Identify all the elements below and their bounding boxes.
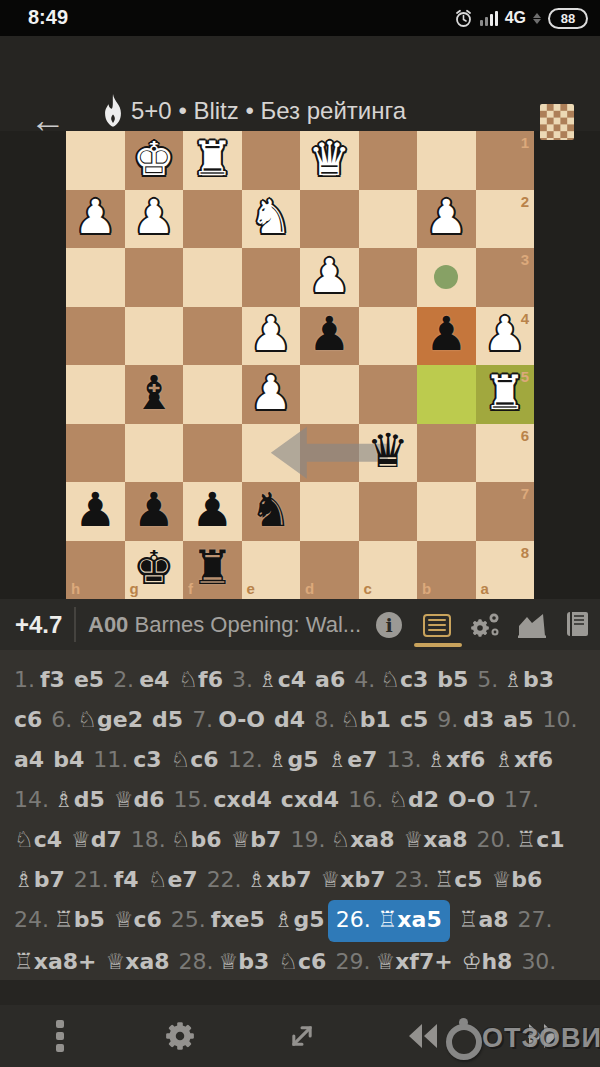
back-arrow-icon[interactable]: ← (30, 102, 66, 138)
square-g4[interactable] (125, 307, 184, 366)
rank-label-2: 2 (521, 193, 529, 210)
rank-label-1: 1 (521, 134, 529, 151)
white-pawn-b2[interactable]: ♟ (417, 188, 476, 247)
white-rook-f1[interactable]: ♜ (183, 129, 242, 188)
move-white[interactable]: f3 (40, 660, 65, 700)
move-white[interactable]: ♖b5 (54, 900, 105, 940)
square-f2[interactable] (183, 190, 242, 249)
square-e4[interactable]: ♟ (242, 307, 301, 366)
rank-label-5: 5 (521, 368, 529, 385)
header: ← 5+0 • Blitz • Без рейтинга Сегодня в 8… (0, 36, 600, 131)
move-number: 10. (543, 700, 578, 740)
status-bar: 8:49 4G 88 (0, 0, 600, 36)
move-number: 30. (521, 942, 556, 982)
move-black[interactable]: O-O (448, 780, 495, 820)
rank-label-3: 3 (521, 251, 529, 268)
move-white[interactable]: f4 (114, 860, 139, 900)
square-h2[interactable]: ♟ (66, 190, 125, 249)
square-e1[interactable] (242, 131, 301, 190)
settings-button[interactable] (152, 1005, 208, 1067)
file-label-b: b (422, 580, 431, 597)
file-label-g: g (130, 580, 139, 597)
move-white[interactable]: a4 (14, 740, 44, 780)
square-b7[interactable] (417, 482, 476, 541)
move-black[interactable]: ♗g5 (274, 900, 325, 940)
square-d3[interactable]: ♟ (300, 248, 359, 307)
white-knight-e2[interactable]: ♞ (242, 188, 301, 247)
square-d1[interactable]: ♛ (300, 131, 359, 190)
move-black[interactable]: ♕d6 (114, 780, 165, 820)
gear-icon (164, 1020, 196, 1052)
move-black[interactable]: cxd4 (281, 780, 339, 820)
square-c4[interactable] (359, 307, 418, 366)
square-g6[interactable] (125, 424, 184, 483)
analysis-bar: +4.7 A00 Barnes Opening: Wal... i (0, 599, 600, 650)
rank-label-7: 7 (521, 485, 529, 502)
square-e7[interactable]: ♞ (242, 482, 301, 541)
square-e8[interactable]: e (242, 541, 301, 600)
black-queen-c6[interactable]: ♛ (359, 422, 418, 481)
black-bishop-g5[interactable]: ♝ (125, 363, 184, 422)
chess-app-screen: 8:49 4G 88 ← 5+0 • Blitz • Без рейтинга … (0, 0, 600, 1067)
move-white[interactable]: ♘b6 (171, 820, 222, 860)
move-white[interactable]: d3 (463, 700, 494, 740)
move-number: 9. (437, 700, 458, 740)
white-pawn-e4[interactable]: ♟ (242, 305, 301, 364)
move-black[interactable]: a5 (503, 700, 533, 740)
square-d8[interactable]: d (300, 541, 359, 600)
legal-move-dot-b3[interactable] (434, 265, 458, 289)
square-c8[interactable]: c (359, 541, 418, 600)
move-white[interactable]: ♗d5 (54, 780, 105, 820)
move-number: 18. (131, 820, 166, 860)
book-icon (564, 611, 590, 639)
fast-backward-icon (408, 1023, 438, 1049)
square-c7[interactable] (359, 482, 418, 541)
board-thumbnail-icon[interactable] (540, 104, 574, 140)
square-b8[interactable]: b (417, 541, 476, 600)
move-white[interactable]: ♗xf6 (426, 740, 485, 780)
square-b2[interactable]: ♟ (417, 190, 476, 249)
square-e2[interactable]: ♞ (242, 190, 301, 249)
move-white[interactable]: ♗b3 (503, 660, 554, 700)
kebab-menu-icon (56, 1020, 64, 1052)
move-white[interactable]: ♘b1 (340, 700, 391, 740)
move-number: 27. (518, 900, 553, 940)
move-number: 11. (93, 740, 128, 780)
black-pawn-b4[interactable]: ♟ (417, 305, 476, 364)
tab-book[interactable] (559, 607, 595, 643)
move-number: 5. (477, 660, 498, 700)
move-number: 12. (228, 740, 263, 780)
move-white[interactable]: ♘ge2 (77, 700, 143, 740)
move-white[interactable]: ♗g5 (268, 740, 319, 780)
move-black[interactable]: ♕b7 (231, 820, 282, 860)
opening-name: A00 Barnes Opening: Wal... (88, 612, 368, 638)
square-a1[interactable]: 1 (476, 131, 535, 190)
square-f5[interactable] (183, 365, 242, 424)
move-number: 7. (192, 700, 213, 740)
black-pawn-h7[interactable]: ♟ (66, 480, 125, 539)
square-g5[interactable]: ♝ (125, 365, 184, 424)
square-b1[interactable] (417, 131, 476, 190)
panel-gap (0, 980, 600, 1005)
tab-moves[interactable] (419, 607, 455, 643)
tab-engine-settings[interactable] (467, 607, 503, 643)
move-black[interactable]: c5 (400, 700, 428, 740)
expand-button[interactable] (274, 1005, 330, 1067)
move-black[interactable]: b5 (437, 660, 468, 700)
square-d7[interactable] (300, 482, 359, 541)
black-pawn-f7[interactable]: ♟ (183, 480, 242, 539)
square-h1[interactable] (66, 131, 125, 190)
file-label-h: h (71, 580, 80, 597)
network-type: 4G (505, 9, 526, 27)
move-black[interactable]: e5 (74, 660, 104, 700)
move-white[interactable]: ♖xa8+ (14, 942, 97, 982)
square-b3[interactable] (417, 248, 476, 307)
white-king-g1[interactable]: ♚ (125, 129, 184, 188)
square-b5[interactable] (417, 365, 476, 424)
move-white[interactable]: ♕xf7+ (375, 942, 452, 982)
square-a3[interactable]: 3 (476, 248, 535, 307)
square-a5[interactable]: ♜5 (476, 365, 535, 424)
rank-label-4: 4 (521, 310, 529, 327)
active-tab-underline (414, 643, 462, 647)
square-f8[interactable]: ♜f (183, 541, 242, 600)
square-c2[interactable] (359, 190, 418, 249)
gears-icon (468, 610, 502, 640)
rank-label-8: 8 (521, 544, 529, 561)
square-g8[interactable]: ♚g (125, 541, 184, 600)
move-white[interactable]: cxd4 (214, 780, 272, 820)
move-black[interactable]: ♕b6 (492, 860, 543, 900)
square-c6[interactable]: ♛ (359, 424, 418, 483)
square-g1[interactable]: ♚ (125, 131, 184, 190)
move-list-icon (423, 614, 451, 637)
chess-board[interactable]: ♚♜♛1♟♟♞♟2♟3♟♟♟♟4♝♟♜5♛6♟♟♟♞7h♚g♜fedcb8a (66, 131, 534, 599)
square-g7[interactable]: ♟ (125, 482, 184, 541)
file-label-a: a (481, 580, 489, 597)
square-h3[interactable] (66, 248, 125, 307)
move-white[interactable]: ♖c5 (435, 860, 483, 900)
move-number: 21. (74, 860, 109, 900)
data-activity-icon (533, 13, 541, 24)
square-h5[interactable] (66, 365, 125, 424)
opening-code: A00 (88, 612, 128, 637)
fast-backward-button[interactable] (395, 1005, 451, 1067)
square-c3[interactable] (359, 248, 418, 307)
square-h7[interactable]: ♟ (66, 482, 125, 541)
square-a6[interactable]: 6 (476, 424, 535, 483)
move-black[interactable]: ♔h8 (462, 942, 513, 982)
move-number: 25. (171, 900, 206, 940)
move-number: 8. (314, 700, 335, 740)
move-black[interactable]: ♗e7 (327, 740, 377, 780)
tab-chart[interactable] (514, 607, 550, 643)
info-icon: i (376, 612, 402, 638)
move-number: 14. (14, 780, 49, 820)
move-black[interactable]: ♗xf6 (494, 740, 553, 780)
move-black[interactable]: ♕xa8 (404, 820, 468, 860)
move-number: 22. (207, 860, 242, 900)
move-black[interactable]: ♘f6 (178, 660, 223, 700)
square-g2[interactable]: ♟ (125, 190, 184, 249)
square-a2[interactable]: 2 (476, 190, 535, 249)
battery-indicator: 88 (548, 8, 588, 29)
move-white[interactable]: ♗c4 (258, 660, 306, 700)
move-list: 1.f3e52.e4♘f63.♗c4a64.♘c3b55.♗b3c66.♘ge2… (0, 650, 600, 980)
move-white[interactable]: ♘d2 (388, 780, 439, 820)
move-number: 17. (504, 780, 539, 820)
move-white[interactable]: e4 (139, 660, 169, 700)
move-number: 3. (232, 660, 253, 700)
move-number: 23. (395, 860, 430, 900)
square-d6[interactable] (300, 424, 359, 483)
watermark-text: ОТЗОВИК (482, 1023, 600, 1054)
alarm-icon (454, 9, 473, 28)
square-e5[interactable]: ♟ (242, 365, 301, 424)
move-black[interactable]: ♕d7 (71, 820, 122, 860)
black-knight-e7[interactable]: ♞ (242, 480, 301, 539)
black-pawn-g7[interactable]: ♟ (125, 480, 184, 539)
engine-evaluation: +4.7 (15, 611, 62, 639)
rank-label-6: 6 (521, 427, 529, 444)
file-label-d: d (305, 580, 314, 597)
move-number: 16. (348, 780, 383, 820)
black-pawn-d4[interactable]: ♟ (300, 305, 359, 364)
file-label-f: f (188, 580, 193, 597)
white-pawn-d3[interactable]: ♟ (300, 246, 359, 305)
square-f4[interactable] (183, 307, 242, 366)
square-a7[interactable]: 7 (476, 482, 535, 541)
file-label-e: e (247, 580, 255, 597)
square-g3[interactable] (125, 248, 184, 307)
tab-info[interactable]: i (371, 607, 407, 643)
square-a4[interactable]: ♟4 (476, 307, 535, 366)
square-h4[interactable] (66, 307, 125, 366)
move-number: 29. (335, 942, 370, 982)
square-f3[interactable] (183, 248, 242, 307)
move-black[interactable]: ♕xa8 (106, 942, 170, 982)
move-white[interactable]: ♕b3 (219, 942, 270, 982)
move-black[interactable]: ♖a8 (459, 900, 509, 940)
move-number: 4. (354, 660, 375, 700)
move-white[interactable]: ♘c3 (380, 660, 428, 700)
move-white[interactable]: fxe5 (211, 900, 265, 940)
current-move[interactable]: 26. ♖xa5 (328, 900, 450, 942)
move-black[interactable]: ♘c6 (278, 942, 326, 982)
expand-icon (288, 1022, 316, 1050)
square-h8[interactable]: h (66, 541, 125, 600)
move-white[interactable]: O-O (218, 700, 265, 740)
blitz-flame-icon (99, 94, 127, 128)
square-f7[interactable]: ♟ (183, 482, 242, 541)
watermark-logo-icon (446, 1018, 482, 1058)
move-number: 24. (14, 900, 49, 940)
white-pawn-h2[interactable]: ♟ (66, 188, 125, 247)
game-title: 5+0 • Blitz • Без рейтинга (131, 97, 406, 125)
move-white[interactable]: ♖c1 (517, 820, 565, 860)
move-number: 1. (14, 660, 35, 700)
move-number: 20. (477, 820, 512, 860)
move-black[interactable]: ♘c6 (171, 740, 219, 780)
white-pawn-e5[interactable]: ♟ (242, 363, 301, 422)
square-f6[interactable] (183, 424, 242, 483)
white-pawn-g2[interactable]: ♟ (125, 188, 184, 247)
move-number: 19. (290, 820, 325, 860)
white-queen-d1[interactable]: ♛ (300, 129, 359, 188)
move-white[interactable]: ♗xb7 (247, 860, 312, 900)
file-label-c: c (364, 580, 372, 597)
square-e6[interactable] (242, 424, 301, 483)
move-white[interactable]: c3 (133, 740, 161, 780)
square-a8[interactable]: 8a (476, 541, 535, 600)
square-c1[interactable] (359, 131, 418, 190)
square-e3[interactable] (242, 248, 301, 307)
square-c5[interactable] (359, 365, 418, 424)
move-black[interactable]: d4 (274, 700, 305, 740)
move-number: 2. (113, 660, 134, 700)
move-black[interactable]: ♘e7 (148, 860, 198, 900)
move-black[interactable]: a6 (315, 660, 345, 700)
divider (74, 607, 76, 642)
move-number: 13. (386, 740, 421, 780)
square-d5[interactable] (300, 365, 359, 424)
move-black[interactable]: ♕c6 (114, 900, 162, 940)
clock-time: 8:49 (28, 6, 68, 29)
square-h6[interactable] (66, 424, 125, 483)
move-black[interactable]: b4 (53, 740, 84, 780)
signal-bars-icon (480, 10, 498, 26)
move-black[interactable]: ♗b7 (14, 860, 65, 900)
move-number: 6. (51, 700, 72, 740)
move-white[interactable]: ♘c4 (14, 820, 62, 860)
square-b4[interactable]: ♟ (417, 307, 476, 366)
move-number: 15. (174, 780, 209, 820)
watermark: ОТЗОВИК (446, 1018, 600, 1058)
move-black[interactable]: c6 (14, 700, 42, 740)
move-number: 28. (179, 942, 214, 982)
square-f1[interactable]: ♜ (183, 131, 242, 190)
square-b6[interactable] (417, 424, 476, 483)
move-black[interactable]: d5 (152, 700, 183, 740)
square-d4[interactable]: ♟ (300, 307, 359, 366)
menu-button[interactable] (32, 1005, 88, 1067)
square-d2[interactable] (300, 190, 359, 249)
move-black[interactable]: ♕xb7 (321, 860, 386, 900)
chart-icon (517, 612, 547, 638)
move-white[interactable]: ♘xa8 (330, 820, 394, 860)
